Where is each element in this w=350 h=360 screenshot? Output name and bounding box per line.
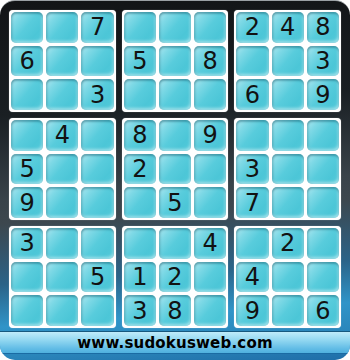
cell-r8c4[interactable]: 1 [124,262,156,293]
cell-r3c8[interactable] [272,79,304,110]
sudoku-board: 7635824836945989253735412382496 [9,10,341,328]
cell-r9c1[interactable] [11,295,43,326]
cell-r6c5[interactable]: 5 [159,187,191,218]
cell-r8c2[interactable] [46,262,78,293]
cell-r5c1[interactable]: 5 [11,154,43,185]
cell-r1c4[interactable] [124,12,156,43]
cell-r2c7[interactable] [236,46,268,77]
cell-r4c5[interactable] [159,120,191,151]
cell-r7c2[interactable] [46,228,78,259]
cell-r1c9[interactable]: 8 [307,12,339,43]
sudoku-box-6: 37 [234,118,341,220]
cell-r3c6[interactable] [194,79,226,110]
cell-r4c3[interactable] [81,120,113,151]
cell-r7c6[interactable]: 4 [194,228,226,259]
cell-r3c7[interactable]: 6 [236,79,268,110]
sudoku-board-frame: 7635824836945989253735412382496 www.sudo… [0,0,350,360]
cell-r2c2[interactable] [46,46,78,77]
cell-r2c6[interactable]: 8 [194,46,226,77]
cell-r3c3[interactable]: 3 [81,79,113,110]
cell-r1c2[interactable] [46,12,78,43]
cell-r2c3[interactable] [81,46,113,77]
cell-r7c1[interactable]: 3 [11,228,43,259]
cell-r4c9[interactable] [307,120,339,151]
cell-r1c1[interactable] [11,12,43,43]
cell-r2c1[interactable]: 6 [11,46,43,77]
cell-r4c2[interactable]: 4 [46,120,78,151]
cell-r9c5[interactable]: 8 [159,295,191,326]
cell-r6c8[interactable] [272,187,304,218]
cell-r9c6[interactable] [194,295,226,326]
cell-r9c2[interactable] [46,295,78,326]
cell-r9c7[interactable]: 9 [236,295,268,326]
sudoku-box-5: 8925 [122,118,229,220]
cell-r3c4[interactable] [124,79,156,110]
cell-r5c7[interactable]: 3 [236,154,268,185]
cell-r5c8[interactable] [272,154,304,185]
cell-r4c1[interactable] [11,120,43,151]
cell-r6c6[interactable] [194,187,226,218]
cell-r6c1[interactable]: 9 [11,187,43,218]
cell-r5c6[interactable] [194,154,226,185]
cell-r4c8[interactable] [272,120,304,151]
cell-r8c9[interactable] [307,262,339,293]
cell-r8c3[interactable]: 5 [81,262,113,293]
cell-r3c1[interactable] [11,79,43,110]
cell-r7c5[interactable] [159,228,191,259]
cell-r4c6[interactable]: 9 [194,120,226,151]
cell-r3c2[interactable] [46,79,78,110]
cell-r7c8[interactable]: 2 [272,228,304,259]
cell-r2c8[interactable] [272,46,304,77]
cell-r6c4[interactable] [124,187,156,218]
cell-r8c7[interactable]: 4 [236,262,268,293]
sudoku-box-3: 248369 [234,10,341,112]
cell-r5c9[interactable] [307,154,339,185]
cell-r5c4[interactable]: 2 [124,154,156,185]
cell-r8c8[interactable] [272,262,304,293]
cell-r7c4[interactable] [124,228,156,259]
cell-r1c5[interactable] [159,12,191,43]
cell-r1c8[interactable]: 4 [272,12,304,43]
cell-r7c9[interactable] [307,228,339,259]
cell-r6c9[interactable] [307,187,339,218]
cell-r2c9[interactable]: 3 [307,46,339,77]
cell-r8c5[interactable]: 2 [159,262,191,293]
cell-r3c5[interactable] [159,79,191,110]
cell-r7c7[interactable] [236,228,268,259]
sudoku-box-9: 2496 [234,226,341,328]
cell-r8c1[interactable] [11,262,43,293]
cell-r9c9[interactable]: 6 [307,295,339,326]
cell-r1c3[interactable]: 7 [81,12,113,43]
sudoku-box-8: 41238 [122,226,229,328]
sudoku-box-7: 35 [9,226,116,328]
cell-r4c4[interactable]: 8 [124,120,156,151]
cell-r6c2[interactable] [46,187,78,218]
cell-r3c9[interactable]: 9 [307,79,339,110]
cell-r8c6[interactable] [194,262,226,293]
cell-r9c8[interactable] [272,295,304,326]
cell-r6c7[interactable]: 7 [236,187,268,218]
cell-r5c5[interactable] [159,154,191,185]
footer-bar: www.sudokusweb.com [0,331,350,354]
cell-r9c3[interactable] [81,295,113,326]
website-link[interactable]: www.sudokusweb.com [77,334,272,352]
cell-r2c5[interactable] [159,46,191,77]
cell-r1c6[interactable] [194,12,226,43]
cell-r1c7[interactable]: 2 [236,12,268,43]
sudoku-box-2: 58 [122,10,229,112]
cell-r9c4[interactable]: 3 [124,295,156,326]
sudoku-box-4: 459 [9,118,116,220]
cell-r2c4[interactable]: 5 [124,46,156,77]
cell-r5c3[interactable] [81,154,113,185]
sudoku-box-1: 763 [9,10,116,112]
cell-r4c7[interactable] [236,120,268,151]
cell-r7c3[interactable] [81,228,113,259]
cell-r5c2[interactable] [46,154,78,185]
cell-r6c3[interactable] [81,187,113,218]
